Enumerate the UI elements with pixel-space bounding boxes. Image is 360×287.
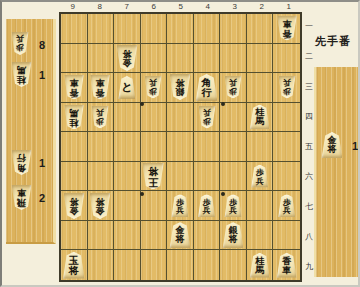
hoshi-point bbox=[221, 192, 225, 196]
hoshi-point bbox=[221, 102, 225, 106]
sente-角行-piece[interactable]: 角行 bbox=[195, 74, 218, 101]
gote-香車-piece[interactable]: 香車 bbox=[63, 75, 84, 100]
piece-shading bbox=[11, 150, 32, 175]
rank-label-三: 三 bbox=[305, 83, 313, 91]
square-5三[interactable]: 銀将 bbox=[167, 73, 194, 103]
hoshi-point bbox=[140, 102, 144, 106]
square-9五[interactable] bbox=[61, 132, 88, 162]
file-label-3: 3 bbox=[233, 3, 237, 11]
captured-count: 1 bbox=[39, 157, 45, 169]
rank-label-六: 六 bbox=[305, 173, 313, 181]
captured-count: 1 bbox=[352, 140, 358, 152]
square-1三[interactable]: 歩兵 bbox=[273, 73, 300, 103]
sente-桂馬-piece[interactable]: 桂馬 bbox=[249, 104, 270, 129]
piece-shading bbox=[278, 76, 296, 99]
gote-王将-piece[interactable]: 王将 bbox=[142, 163, 165, 190]
square-6六[interactable]: 王将 bbox=[141, 162, 168, 192]
gote-桂馬-piece[interactable]: 桂馬 bbox=[11, 62, 32, 87]
piece-shading bbox=[144, 76, 162, 99]
hoshi-point bbox=[140, 192, 144, 196]
sente-歩兵-piece[interactable]: 歩兵 bbox=[198, 194, 216, 217]
square-3一[interactable] bbox=[220, 14, 247, 44]
piece-shading bbox=[276, 253, 297, 278]
gote-金将-piece[interactable]: 金将 bbox=[116, 45, 138, 71]
shogi-app-window: 歩兵8桂馬1角行1飛車2 香車金将香車香車と歩兵銀将角行歩兵歩兵桂馬歩兵歩兵桂馬… bbox=[0, 0, 360, 287]
sente-と-piece[interactable]: と bbox=[118, 76, 136, 99]
square-2七[interactable] bbox=[247, 191, 274, 221]
sente-金将-piece[interactable]: 金将 bbox=[321, 132, 343, 158]
square-3八[interactable]: 銀将 bbox=[220, 221, 247, 251]
piece-shading bbox=[63, 104, 84, 129]
piece-shading bbox=[11, 185, 32, 210]
piece-shading bbox=[169, 74, 191, 100]
square-2六[interactable]: 歩兵 bbox=[247, 162, 274, 192]
sente-歩兵-piece[interactable]: 歩兵 bbox=[171, 194, 189, 217]
square-4五[interactable] bbox=[194, 132, 221, 162]
captured-count: 2 bbox=[39, 192, 45, 204]
captured-count: 1 bbox=[39, 69, 45, 81]
gote-角行-piece[interactable]: 角行 bbox=[11, 150, 32, 175]
square-8二[interactable] bbox=[88, 44, 115, 74]
piece-shading bbox=[90, 75, 111, 100]
sente-玉将-piece[interactable]: 玉将 bbox=[62, 252, 85, 279]
rank-label-九: 九 bbox=[305, 263, 313, 271]
square-2九[interactable]: 桂馬 bbox=[247, 250, 274, 280]
square-4一[interactable] bbox=[194, 14, 221, 44]
piece-shading bbox=[321, 132, 343, 158]
square-2四[interactable]: 桂馬 bbox=[247, 103, 274, 133]
square-3五[interactable] bbox=[220, 132, 247, 162]
piece-shading bbox=[11, 62, 32, 87]
square-1七[interactable]: 歩兵 bbox=[273, 191, 300, 221]
gote-歩兵-piece[interactable]: 歩兵 bbox=[224, 76, 242, 99]
sente-桂馬-piece[interactable]: 桂馬 bbox=[249, 253, 270, 278]
piece-shading bbox=[195, 74, 218, 101]
square-1一[interactable]: 香車 bbox=[273, 14, 300, 44]
piece-shading bbox=[278, 194, 296, 217]
sente-歩兵-piece[interactable]: 歩兵 bbox=[224, 194, 242, 217]
square-8三[interactable]: 香車 bbox=[88, 73, 115, 103]
square-7八[interactable] bbox=[114, 221, 141, 251]
piece-shading bbox=[251, 165, 269, 188]
piece-shading bbox=[89, 193, 111, 219]
captured-count: 8 bbox=[39, 39, 45, 51]
rank-label-七: 七 bbox=[305, 203, 313, 211]
square-1六[interactable] bbox=[273, 162, 300, 192]
sente-銀将-piece[interactable]: 銀将 bbox=[222, 222, 244, 248]
file-label-4: 4 bbox=[206, 3, 210, 11]
piece-shading bbox=[222, 222, 244, 248]
gote-桂馬-piece[interactable]: 桂馬 bbox=[63, 104, 84, 129]
gote-飛車-piece[interactable]: 飛車 bbox=[11, 185, 32, 210]
sente-香車-piece[interactable]: 香車 bbox=[276, 253, 297, 278]
square-9九[interactable]: 玉将 bbox=[61, 250, 88, 280]
square-9六[interactable] bbox=[61, 162, 88, 192]
square-8四[interactable]: 歩兵 bbox=[88, 103, 115, 133]
gote-金将-piece[interactable]: 金将 bbox=[63, 193, 85, 219]
gote-香車-piece[interactable]: 香車 bbox=[90, 75, 111, 100]
square-3四[interactable] bbox=[220, 103, 247, 133]
rank-label-二: 二 bbox=[305, 53, 313, 61]
piece-shading bbox=[198, 194, 216, 217]
gote-歩兵-piece[interactable]: 歩兵 bbox=[144, 76, 162, 99]
square-8九[interactable] bbox=[88, 250, 115, 280]
square-1八[interactable] bbox=[273, 221, 300, 251]
square-3六[interactable] bbox=[220, 162, 247, 192]
square-3二[interactable] bbox=[220, 44, 247, 74]
piece-shading bbox=[62, 252, 85, 279]
square-5九[interactable] bbox=[167, 250, 194, 280]
piece-shading bbox=[276, 16, 297, 41]
piece-shading bbox=[249, 253, 270, 278]
gote-銀将-piece[interactable]: 銀将 bbox=[169, 74, 191, 100]
gote-金将-piece[interactable]: 金将 bbox=[89, 193, 111, 219]
square-5一[interactable] bbox=[167, 14, 194, 44]
shogi-board: 香車金将香車香車と歩兵銀将角行歩兵歩兵桂馬歩兵歩兵桂馬王将歩兵金将金将歩兵歩兵歩… bbox=[59, 12, 302, 282]
file-label-6: 6 bbox=[152, 3, 156, 11]
square-4四[interactable]: 歩兵 bbox=[194, 103, 221, 133]
rank-label-八: 八 bbox=[305, 233, 313, 241]
rank-label-四: 四 bbox=[305, 113, 313, 121]
square-3九[interactable] bbox=[220, 250, 247, 280]
square-2二[interactable] bbox=[247, 44, 274, 74]
piece-shading bbox=[63, 193, 85, 219]
square-2五[interactable] bbox=[247, 132, 274, 162]
square-3七[interactable]: 歩兵 bbox=[220, 191, 247, 221]
piece-shading bbox=[118, 76, 136, 99]
square-8七[interactable]: 金将 bbox=[88, 191, 115, 221]
square-7九[interactable] bbox=[114, 250, 141, 280]
square-8五[interactable] bbox=[88, 132, 115, 162]
piece-shading bbox=[249, 104, 270, 129]
square-6八[interactable] bbox=[141, 221, 168, 251]
file-label-5: 5 bbox=[179, 3, 183, 11]
piece-shading bbox=[169, 222, 191, 248]
square-8八[interactable] bbox=[88, 221, 115, 251]
square-6九[interactable] bbox=[141, 250, 168, 280]
sente-歩兵-piece[interactable]: 歩兵 bbox=[251, 165, 269, 188]
file-label-7: 7 bbox=[125, 3, 129, 11]
sente-歩兵-piece[interactable]: 歩兵 bbox=[278, 194, 296, 217]
square-6二[interactable] bbox=[141, 44, 168, 74]
square-6四[interactable] bbox=[141, 103, 168, 133]
gote-captured-pieces-stand: 歩兵8桂馬1角行1飛車2 bbox=[6, 19, 56, 244]
sente-captured-pieces-stand: 金将1 bbox=[314, 67, 360, 277]
piece-shading bbox=[224, 76, 242, 99]
square-1四[interactable] bbox=[273, 103, 300, 133]
piece-shading bbox=[11, 32, 29, 55]
square-7四[interactable] bbox=[114, 103, 141, 133]
square-8一[interactable] bbox=[88, 14, 115, 44]
gote-香車-piece[interactable]: 香車 bbox=[276, 16, 297, 41]
piece-shading bbox=[198, 105, 216, 128]
square-5二[interactable] bbox=[167, 44, 194, 74]
gote-歩兵-piece[interactable]: 歩兵 bbox=[198, 105, 216, 128]
square-1五[interactable] bbox=[273, 132, 300, 162]
piece-shading bbox=[224, 194, 242, 217]
square-9八[interactable] bbox=[61, 221, 88, 251]
square-3三[interactable]: 歩兵 bbox=[220, 73, 247, 103]
gote-歩兵-piece[interactable]: 歩兵 bbox=[91, 105, 109, 128]
square-7五[interactable] bbox=[114, 132, 141, 162]
square-2八[interactable] bbox=[247, 221, 274, 251]
square-9一[interactable] bbox=[61, 14, 88, 44]
square-5六[interactable] bbox=[167, 162, 194, 192]
square-4二[interactable] bbox=[194, 44, 221, 74]
square-7二[interactable]: 金将 bbox=[114, 44, 141, 74]
square-7六[interactable] bbox=[114, 162, 141, 192]
piece-shading bbox=[91, 105, 109, 128]
square-9三[interactable]: 香車 bbox=[61, 73, 88, 103]
square-6一[interactable] bbox=[141, 14, 168, 44]
file-label-9: 9 bbox=[71, 3, 75, 11]
square-6五[interactable] bbox=[141, 132, 168, 162]
piece-shading bbox=[142, 163, 165, 190]
piece-shading bbox=[116, 45, 138, 71]
turn-indicator: 先手番 bbox=[315, 34, 359, 49]
square-2三[interactable] bbox=[247, 73, 274, 103]
gote-歩兵-piece[interactable]: 歩兵 bbox=[11, 32, 29, 55]
square-7一[interactable] bbox=[114, 14, 141, 44]
sente-金将-piece[interactable]: 金将 bbox=[169, 222, 191, 248]
square-7三[interactable]: と bbox=[114, 73, 141, 103]
rank-label-一: 一 bbox=[305, 23, 313, 31]
rank-label-五: 五 bbox=[305, 143, 313, 151]
square-1二[interactable] bbox=[273, 44, 300, 74]
square-6三[interactable]: 歩兵 bbox=[141, 73, 168, 103]
square-8六[interactable] bbox=[88, 162, 115, 192]
square-5五[interactable] bbox=[167, 132, 194, 162]
file-label-2: 2 bbox=[260, 3, 264, 11]
square-9二[interactable] bbox=[61, 44, 88, 74]
file-label-1: 1 bbox=[287, 3, 291, 11]
square-6七[interactable] bbox=[141, 191, 168, 221]
square-4七[interactable]: 歩兵 bbox=[194, 191, 221, 221]
piece-shading bbox=[63, 75, 84, 100]
square-5八[interactable]: 金将 bbox=[167, 221, 194, 251]
square-1九[interactable]: 香車 bbox=[273, 250, 300, 280]
square-4九[interactable] bbox=[194, 250, 221, 280]
square-5四[interactable] bbox=[167, 103, 194, 133]
square-9四[interactable]: 桂馬 bbox=[61, 103, 88, 133]
square-7七[interactable] bbox=[114, 191, 141, 221]
file-label-8: 8 bbox=[98, 3, 102, 11]
piece-shading bbox=[171, 194, 189, 217]
gote-歩兵-piece[interactable]: 歩兵 bbox=[278, 76, 296, 99]
square-4三[interactable]: 角行 bbox=[194, 73, 221, 103]
square-9七[interactable]: 金将 bbox=[61, 191, 88, 221]
square-4八[interactable] bbox=[194, 221, 221, 251]
square-2一[interactable] bbox=[247, 14, 274, 44]
square-5七[interactable]: 歩兵 bbox=[167, 191, 194, 221]
square-4六[interactable] bbox=[194, 162, 221, 192]
